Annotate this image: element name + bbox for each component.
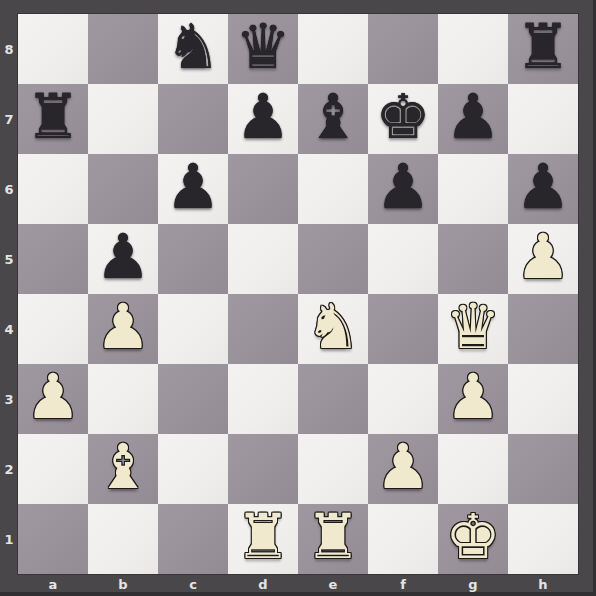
square-f6[interactable]: ♟ (368, 154, 438, 224)
black-pawn[interactable]: ♟ (165, 152, 221, 222)
square-b6[interactable] (88, 154, 158, 224)
square-f4[interactable] (368, 294, 438, 364)
white-bishop[interactable]: ♝ (95, 432, 151, 502)
rank-label-4: 4 (0, 294, 18, 364)
square-g6[interactable] (438, 154, 508, 224)
file-label-b: b (88, 574, 158, 594)
square-e6[interactable] (298, 154, 368, 224)
square-e2[interactable] (298, 434, 368, 504)
square-e8[interactable] (298, 14, 368, 84)
square-c7[interactable] (158, 84, 228, 154)
white-rook[interactable]: ♜ (235, 502, 291, 572)
square-e4[interactable]: ♞ (298, 294, 368, 364)
square-h2[interactable] (508, 434, 578, 504)
square-f8[interactable] (368, 14, 438, 84)
square-d2[interactable] (228, 434, 298, 504)
square-h5[interactable]: ♟ (508, 224, 578, 294)
black-knight[interactable]: ♞ (165, 12, 221, 82)
black-rook[interactable]: ♜ (25, 82, 81, 152)
square-a1[interactable] (18, 504, 88, 574)
square-d8[interactable]: ♛ (228, 14, 298, 84)
square-g8[interactable] (438, 14, 508, 84)
square-c6[interactable]: ♟ (158, 154, 228, 224)
square-d5[interactable] (228, 224, 298, 294)
white-pawn[interactable]: ♟ (95, 292, 151, 362)
rank-label-2: 2 (0, 434, 18, 504)
square-b4[interactable]: ♟ (88, 294, 158, 364)
square-c1[interactable] (158, 504, 228, 574)
square-h7[interactable] (508, 84, 578, 154)
black-pawn[interactable]: ♟ (95, 222, 151, 292)
square-b8[interactable] (88, 14, 158, 84)
square-d4[interactable] (228, 294, 298, 364)
black-king[interactable]: ♚ (375, 82, 431, 152)
file-label-h: h (508, 574, 578, 594)
square-e7[interactable]: ♝ (298, 84, 368, 154)
black-queen[interactable]: ♛ (235, 12, 291, 82)
square-h6[interactable]: ♟ (508, 154, 578, 224)
square-h8[interactable]: ♜ (508, 14, 578, 84)
square-e3[interactable] (298, 364, 368, 434)
square-b5[interactable]: ♟ (88, 224, 158, 294)
white-queen[interactable]: ♛ (445, 292, 501, 362)
square-g1[interactable]: ♚ (438, 504, 508, 574)
white-pawn[interactable]: ♟ (445, 362, 501, 432)
white-pawn[interactable]: ♟ (25, 362, 81, 432)
square-h3[interactable] (508, 364, 578, 434)
black-pawn[interactable]: ♟ (445, 82, 501, 152)
square-a8[interactable] (18, 14, 88, 84)
file-label-c: c (158, 574, 228, 594)
square-f3[interactable] (368, 364, 438, 434)
rank-label-7: 7 (0, 84, 18, 154)
square-c8[interactable]: ♞ (158, 14, 228, 84)
white-knight[interactable]: ♞ (305, 292, 361, 362)
square-b3[interactable] (88, 364, 158, 434)
square-b2[interactable]: ♝ (88, 434, 158, 504)
square-g4[interactable]: ♛ (438, 294, 508, 364)
square-f7[interactable]: ♚ (368, 84, 438, 154)
black-bishop[interactable]: ♝ (305, 82, 361, 152)
square-g2[interactable] (438, 434, 508, 504)
file-label-f: f (368, 574, 438, 594)
square-e1[interactable]: ♜ (298, 504, 368, 574)
square-a2[interactable] (18, 434, 88, 504)
file-labels: abcdefgh (18, 574, 578, 594)
black-rook[interactable]: ♜ (515, 12, 571, 82)
black-pawn[interactable]: ♟ (515, 152, 571, 222)
square-f1[interactable] (368, 504, 438, 574)
file-label-d: d (228, 574, 298, 594)
rank-label-8: 8 (0, 14, 18, 84)
black-pawn[interactable]: ♟ (375, 152, 431, 222)
white-rook[interactable]: ♜ (305, 502, 361, 572)
square-h1[interactable] (508, 504, 578, 574)
square-d7[interactable]: ♟ (228, 84, 298, 154)
rank-labels: 87654321 (0, 14, 18, 574)
square-a6[interactable] (18, 154, 88, 224)
square-h4[interactable] (508, 294, 578, 364)
square-g5[interactable] (438, 224, 508, 294)
square-c4[interactable] (158, 294, 228, 364)
rank-label-5: 5 (0, 224, 18, 294)
black-pawn[interactable]: ♟ (235, 82, 291, 152)
square-c5[interactable] (158, 224, 228, 294)
square-e5[interactable] (298, 224, 368, 294)
square-a7[interactable]: ♜ (18, 84, 88, 154)
square-d6[interactable] (228, 154, 298, 224)
square-g3[interactable]: ♟ (438, 364, 508, 434)
file-label-a: a (18, 574, 88, 594)
white-king[interactable]: ♚ (445, 502, 501, 572)
white-pawn[interactable]: ♟ (375, 432, 431, 502)
square-f2[interactable]: ♟ (368, 434, 438, 504)
rank-label-3: 3 (0, 364, 18, 434)
file-label-e: e (298, 574, 368, 594)
white-pawn[interactable]: ♟ (515, 222, 571, 292)
rank-label-1: 1 (0, 504, 18, 574)
square-g7[interactable]: ♟ (438, 84, 508, 154)
rank-label-6: 6 (0, 154, 18, 224)
square-d3[interactable] (228, 364, 298, 434)
file-label-g: g (438, 574, 508, 594)
square-f5[interactable] (368, 224, 438, 294)
square-b7[interactable] (88, 84, 158, 154)
square-c2[interactable] (158, 434, 228, 504)
square-c3[interactable] (158, 364, 228, 434)
square-a4[interactable] (18, 294, 88, 364)
chess-board: ♞♛♜♜♟♝♚♟♟♟♟♟♟♟♞♛♟♟♝♟♜♜♚ (18, 14, 578, 574)
square-b1[interactable] (88, 504, 158, 574)
square-a5[interactable] (18, 224, 88, 294)
square-a3[interactable]: ♟ (18, 364, 88, 434)
square-d1[interactable]: ♜ (228, 504, 298, 574)
